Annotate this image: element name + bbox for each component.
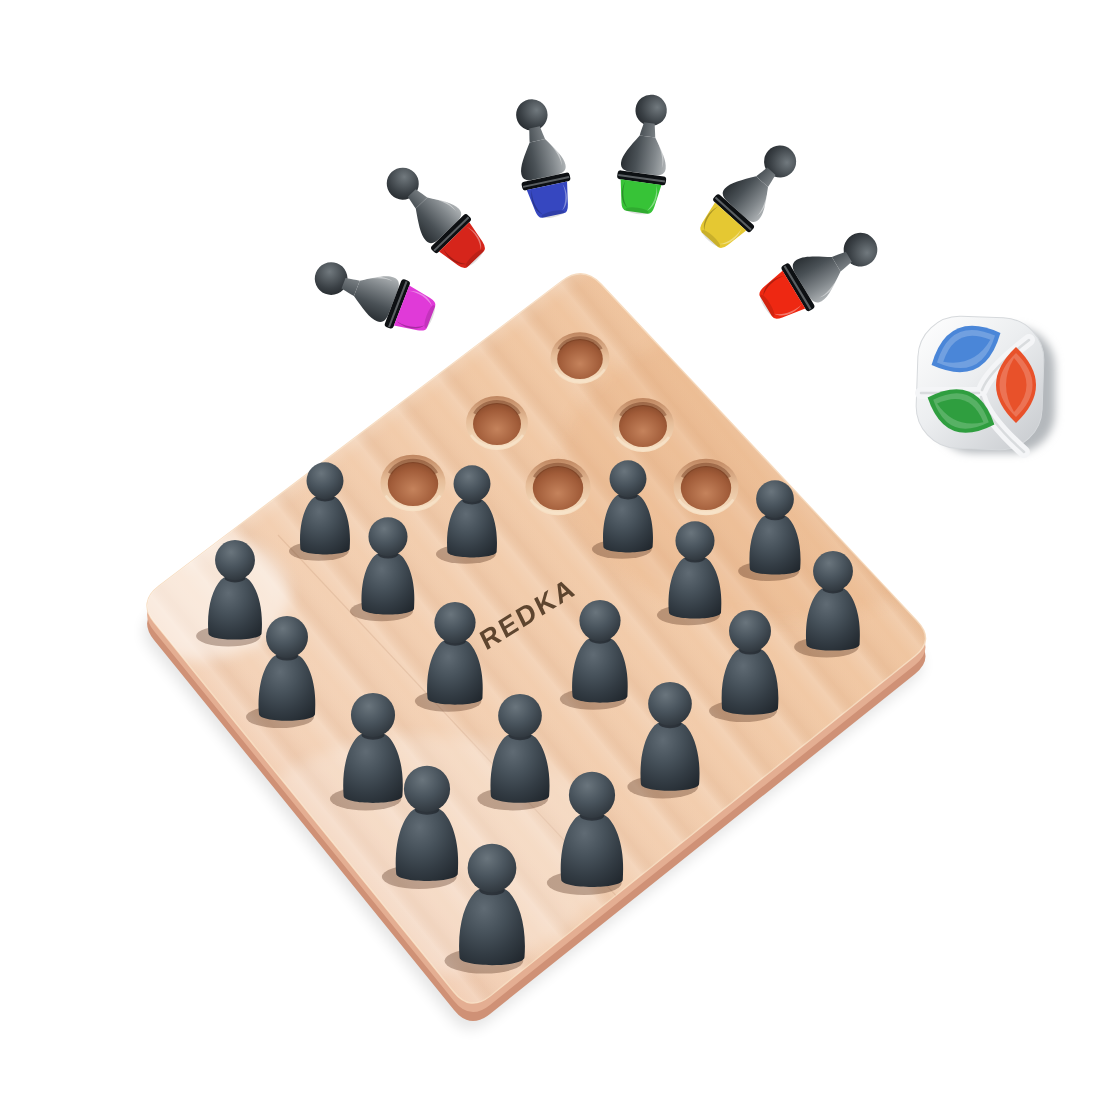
board-hole[interactable] — [466, 396, 528, 450]
loose-peg-magenta[interactable] — [307, 249, 442, 341]
game-board: REDKA — [46, 230, 1000, 1079]
loose-peg-orange-red[interactable] — [751, 219, 888, 330]
product-photo-stage: REDKA — [0, 0, 1100, 1100]
loose-peg-green[interactable] — [612, 91, 677, 217]
board-hole[interactable] — [673, 459, 738, 516]
scene-svg: REDKA — [0, 0, 1100, 1100]
loose-peg-yellow[interactable] — [690, 133, 809, 258]
board-hole[interactable] — [380, 455, 445, 512]
board-hole[interactable] — [525, 459, 590, 516]
loose-peg-red[interactable] — [374, 155, 495, 278]
loose-peg-blue[interactable] — [505, 94, 578, 222]
color-die[interactable] — [915, 313, 1055, 453]
board-hole[interactable] — [551, 332, 610, 383]
board-hole[interactable] — [612, 398, 674, 452]
